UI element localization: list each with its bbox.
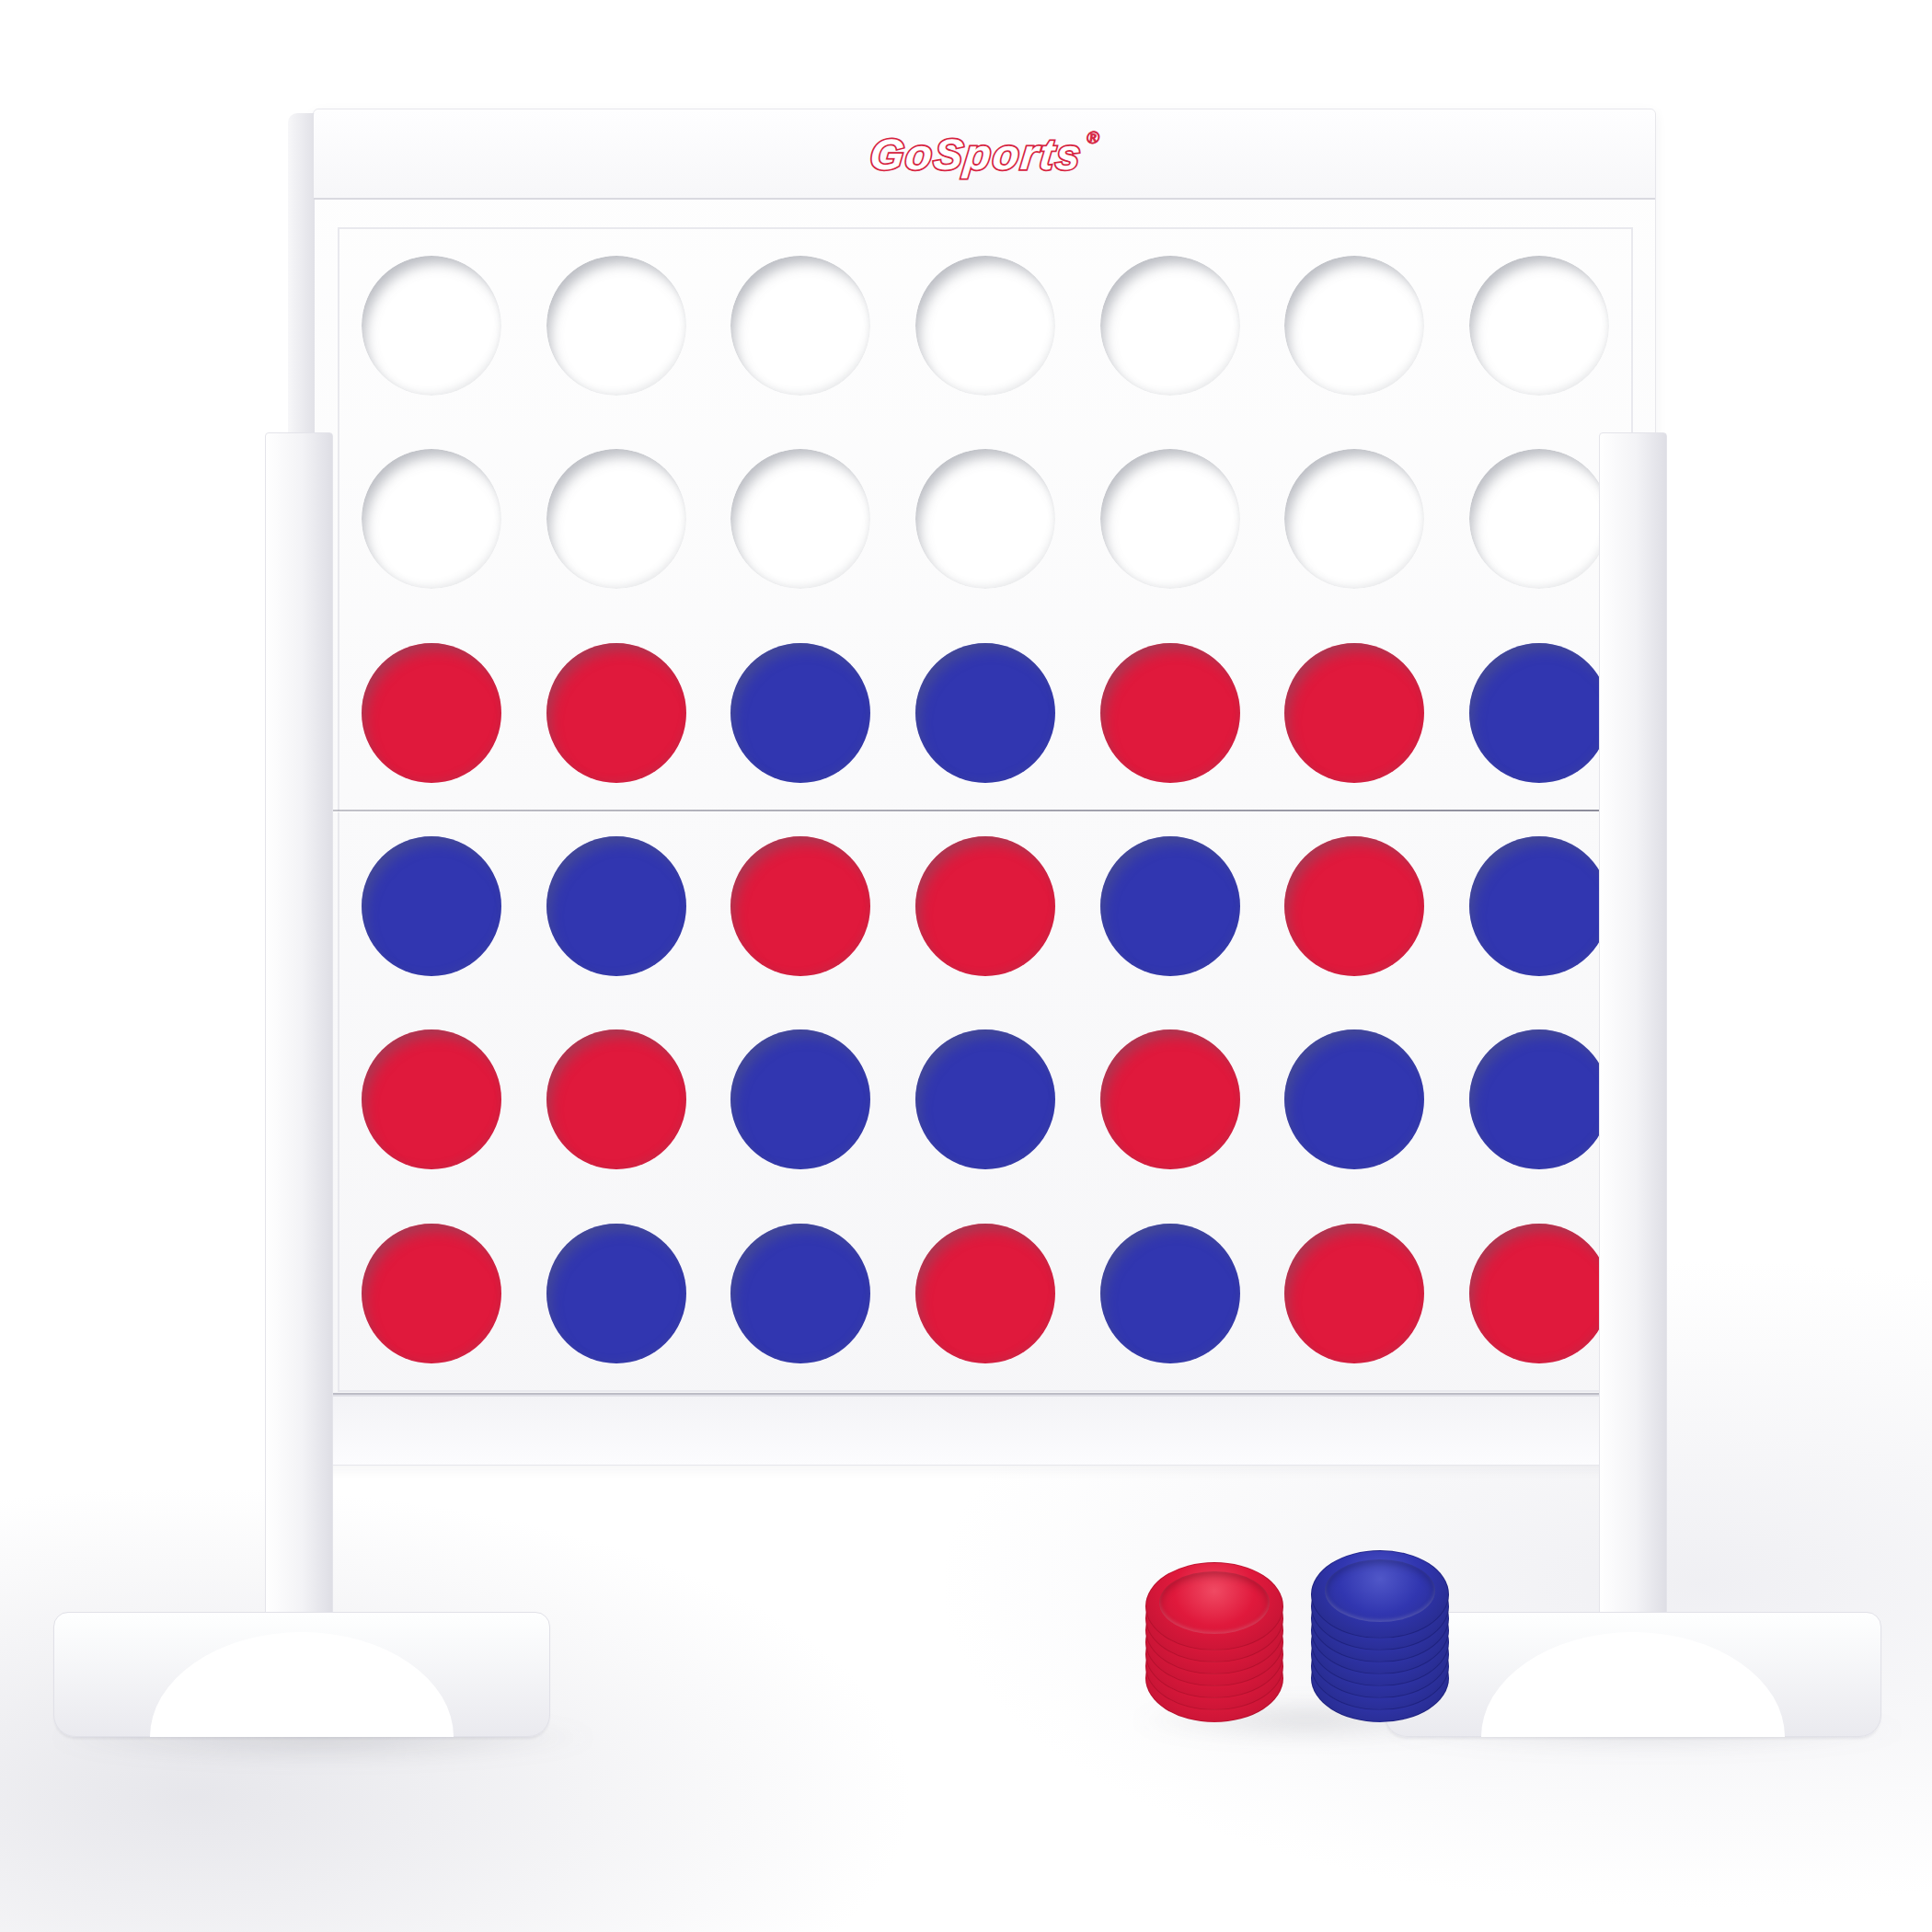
cell-r6c6: ● <box>1262 1197 1447 1390</box>
cell-r1c2 <box>524 229 709 422</box>
cell-r4c4: ● <box>893 810 1078 1003</box>
cell-r5c2: ● <box>524 1003 709 1196</box>
cell-r3c6: ● <box>1262 616 1447 810</box>
cell-r3c1: ● <box>339 616 524 810</box>
blue-disc: ● <box>1469 1029 1609 1169</box>
blue-disc: ● <box>730 643 870 783</box>
blue-disc: ● <box>915 643 1055 783</box>
hole: ● <box>1469 836 1609 976</box>
blue-disc: ● <box>1469 643 1609 783</box>
hole: ● <box>546 643 686 783</box>
red-disc: ● <box>362 643 501 783</box>
hole: ● <box>1100 643 1240 783</box>
red-disc: ● <box>546 1029 686 1169</box>
empty-hole <box>730 256 870 396</box>
cell-r1c1 <box>339 229 524 422</box>
empty-hole <box>1469 449 1609 589</box>
cell-r3c4: ● <box>893 616 1078 810</box>
blue-disc: ● <box>1284 1029 1424 1169</box>
cell-r4c2: ● <box>524 810 709 1003</box>
red-disc: ● <box>362 1224 501 1363</box>
cell-r1c3 <box>708 229 893 422</box>
red-disc: ● <box>915 1224 1055 1363</box>
hole: ● <box>1100 1224 1240 1363</box>
hole: ● <box>915 1029 1055 1169</box>
empty-hole <box>546 256 686 396</box>
gosports-logo-text: GoSports <box>868 130 1086 178</box>
cell-r2c2 <box>524 422 709 615</box>
empty-hole <box>915 449 1055 589</box>
cell-r1c4 <box>893 229 1078 422</box>
right-support-post <box>1599 432 1667 1625</box>
red-disc-stack <box>1145 1562 1283 1722</box>
registered-trademark-symbol: ® <box>1086 128 1100 147</box>
red-disc: ● <box>1469 1224 1609 1363</box>
cell-r6c2: ● <box>524 1197 709 1390</box>
cell-r4c6: ● <box>1262 810 1447 1003</box>
cell-r5c4: ● <box>893 1003 1078 1196</box>
cell-r1c6 <box>1262 229 1447 422</box>
cell-r5c5: ● <box>1077 1003 1262 1196</box>
cell-r2c3 <box>708 422 893 615</box>
cell-r2c5 <box>1077 422 1262 615</box>
right-foot <box>1385 1612 1881 1737</box>
blue-tray-disc <box>1311 1550 1449 1639</box>
red-disc: ● <box>1100 1029 1240 1169</box>
hole: ● <box>1100 836 1240 976</box>
hole: ● <box>1469 1029 1609 1169</box>
cell-r6c3: ● <box>708 1197 893 1390</box>
blue-disc: ● <box>1100 1224 1240 1363</box>
cell-r6c1: ● <box>339 1197 524 1390</box>
cell-r4c5: ● <box>1077 810 1262 1003</box>
blue-disc: ● <box>730 1224 870 1363</box>
empty-hole <box>362 256 501 396</box>
hole: ● <box>915 643 1055 783</box>
hole: ● <box>730 1029 870 1169</box>
empty-hole <box>1100 256 1240 396</box>
red-disc: ● <box>546 643 686 783</box>
left-support-post <box>265 432 333 1625</box>
hole: ● <box>546 1029 686 1169</box>
left-foot <box>53 1612 550 1737</box>
red-disc: ● <box>1284 1224 1424 1363</box>
board-top-rail: GoSports® <box>314 109 1655 200</box>
red-disc: ● <box>1284 643 1424 783</box>
cell-r2c6 <box>1262 422 1447 615</box>
hole: ● <box>730 643 870 783</box>
hole: ● <box>1469 1224 1609 1363</box>
empty-hole <box>1100 449 1240 589</box>
blue-disc: ● <box>546 836 686 976</box>
hole: ● <box>1284 1224 1424 1363</box>
hole: ● <box>546 1224 686 1363</box>
hole: ● <box>915 1224 1055 1363</box>
hole: ● <box>1284 643 1424 783</box>
connect-four-board: GoSports® ●●●●●●●●●●●●●●●●●●●●●●●●●●●● <box>313 109 1656 1466</box>
hole: ● <box>362 1224 501 1363</box>
empty-hole <box>1284 449 1424 589</box>
cell-r5c3: ● <box>708 1003 893 1196</box>
hole: ● <box>1469 643 1609 783</box>
cell-r5c6: ● <box>1262 1003 1447 1196</box>
hole: ● <box>546 836 686 976</box>
hole: ● <box>915 836 1055 976</box>
red-disc: ● <box>1100 643 1240 783</box>
cell-r1c7 <box>1446 229 1631 422</box>
blue-disc: ● <box>546 1224 686 1363</box>
board-panel-seam <box>323 810 1646 811</box>
blue-disc: ● <box>915 1029 1055 1169</box>
empty-hole <box>915 256 1055 396</box>
blue-disc: ● <box>362 836 501 976</box>
cell-r1c5 <box>1077 229 1262 422</box>
blue-disc: ● <box>730 1029 870 1169</box>
hole: ● <box>1284 1029 1424 1169</box>
cell-r4c3: ● <box>708 810 893 1003</box>
empty-hole <box>546 449 686 589</box>
cell-r3c5: ● <box>1077 616 1262 810</box>
red-disc: ● <box>730 836 870 976</box>
blue-disc: ● <box>1469 836 1609 976</box>
cell-r4c1: ● <box>339 810 524 1003</box>
cell-r3c3: ● <box>708 616 893 810</box>
hole: ● <box>362 836 501 976</box>
red-tray-disc <box>1145 1562 1283 1650</box>
hole: ● <box>362 1029 501 1169</box>
gosports-logo: GoSports® <box>868 128 1100 179</box>
empty-hole <box>1469 256 1609 396</box>
blue-disc: ● <box>1100 836 1240 976</box>
cell-r2c4 <box>893 422 1078 615</box>
cell-r3c2: ● <box>524 616 709 810</box>
red-disc: ● <box>915 836 1055 976</box>
hole: ● <box>730 1224 870 1363</box>
hole: ● <box>730 836 870 976</box>
empty-hole <box>362 449 501 589</box>
board-bottom-rail <box>314 1393 1655 1465</box>
cell-r6c4: ● <box>893 1197 1078 1390</box>
blue-disc-stack <box>1311 1550 1449 1722</box>
hole: ● <box>1100 1029 1240 1169</box>
hole: ● <box>1284 836 1424 976</box>
cell-r6c5: ● <box>1077 1197 1262 1390</box>
hole: ● <box>362 643 501 783</box>
red-disc: ● <box>362 1029 501 1169</box>
red-disc: ● <box>1284 836 1424 976</box>
cell-r5c1: ● <box>339 1003 524 1196</box>
empty-hole <box>1284 256 1424 396</box>
cell-r2c1 <box>339 422 524 615</box>
empty-hole <box>730 449 870 589</box>
